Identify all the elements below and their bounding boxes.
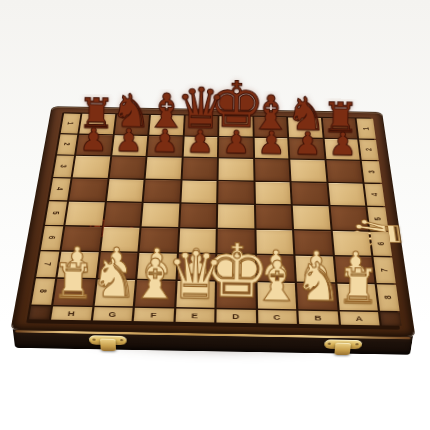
square-a4[interactable]	[328, 183, 365, 206]
square-f2[interactable]: ♟	[147, 136, 182, 157]
square-e3[interactable]	[182, 158, 217, 180]
square-b5[interactable]	[293, 206, 330, 230]
square-c8[interactable]: ♝	[257, 282, 296, 309]
square-e5[interactable]	[180, 204, 216, 228]
square-d3[interactable]	[219, 158, 254, 180]
square-g3[interactable]	[109, 157, 145, 179]
light-bishop[interactable]: ♝	[129, 253, 180, 307]
board-frame: 1♜♞♝♛♚♝♞♜12♟♟♟♟♟♟♟♟233445♛5♛667♟♟♟♟♟♟♟♟7…	[12, 107, 415, 336]
clasp-hasp	[334, 343, 351, 356]
rank-label-right-2: 2	[359, 139, 379, 160]
file-label-a: A	[339, 311, 379, 325]
dark-pawn[interactable]: ♟	[257, 127, 286, 157]
light-rook[interactable]: ♜	[51, 259, 95, 305]
rank-label-right-5: 5♛	[367, 207, 388, 231]
file-label-f: F	[134, 308, 174, 322]
brass-clasp-left	[89, 335, 127, 353]
square-e8[interactable]: ♛	[176, 281, 215, 308]
board-corner	[29, 306, 51, 320]
dark-pawn[interactable]: ♟	[150, 126, 179, 156]
square-h8[interactable]: ♜	[53, 278, 95, 305]
rank-label-left-2: 2	[57, 134, 77, 155]
square-a8[interactable]: ♜	[337, 283, 378, 310]
light-bishop[interactable]: ♝	[252, 255, 303, 309]
scene: 1♜♞♝♛♚♝♞♜12♟♟♟♟♟♟♟♟233445♛5♛667♟♟♟♟♟♟♟♟7…	[0, 0, 430, 430]
file-label-c: C	[258, 310, 297, 324]
square-c3[interactable]	[255, 159, 290, 181]
dark-pawn[interactable]: ♟	[222, 127, 251, 157]
square-d5[interactable]	[218, 204, 254, 228]
dark-pawn[interactable]: ♟	[79, 124, 108, 154]
square-a2[interactable]: ♟	[324, 139, 360, 160]
square-d2[interactable]: ♟	[219, 137, 253, 158]
dark-pawn[interactable]: ♟	[186, 126, 215, 156]
square-f4[interactable]	[144, 180, 180, 203]
square-d4[interactable]	[218, 181, 253, 204]
file-label-d: D	[216, 309, 255, 323]
square-h3[interactable]	[73, 156, 110, 178]
clasp-hasp	[100, 339, 116, 352]
brass-clasp-right	[323, 339, 362, 357]
square-c2[interactable]: ♟	[254, 137, 288, 158]
square-b4[interactable]	[292, 182, 328, 205]
square-f5[interactable]	[142, 203, 179, 227]
square-g2[interactable]: ♟	[112, 135, 148, 156]
dark-pawn[interactable]: ♟	[293, 128, 322, 158]
square-c4[interactable]	[255, 181, 291, 204]
square-f8[interactable]: ♝	[135, 280, 175, 307]
rank-label-right-1: 1	[357, 119, 376, 139]
chess-board: 1♜♞♝♛♚♝♞♜12♟♟♟♟♟♟♟♟233445♛5♛667♟♟♟♟♟♟♟♟7…	[12, 107, 415, 336]
rank-label-right-3: 3	[362, 161, 382, 183]
screw-icon	[327, 343, 331, 345]
light-rook[interactable]: ♜	[337, 264, 381, 310]
photo-tilt-wrapper: 1♜♞♝♛♚♝♞♜12♟♟♟♟♟♟♟♟233445♛5♛667♟♟♟♟♟♟♟♟7…	[0, 0, 430, 430]
file-label-e: E	[175, 309, 214, 323]
square-b3[interactable]	[290, 160, 326, 182]
rank-label-right-8: 8	[377, 284, 400, 311]
board-grid: 1♜♞♝♛♚♝♞♜12♟♟♟♟♟♟♟♟233445♛5♛667♟♟♟♟♟♟♟♟7…	[26, 112, 400, 329]
square-g4[interactable]	[106, 179, 143, 202]
square-h2[interactable]: ♟	[76, 134, 112, 155]
rank-label-left-6: 6	[41, 226, 63, 250]
square-b8[interactable]: ♞	[297, 283, 337, 310]
rank-label-left-5: 5♛	[45, 201, 67, 224]
square-b2[interactable]: ♟	[289, 138, 324, 159]
square-e4[interactable]	[181, 180, 217, 203]
rank-label-left-3: 3	[53, 156, 74, 177]
board-corner	[380, 312, 401, 326]
square-h5[interactable]	[65, 202, 104, 226]
rank-label-left-4: 4	[49, 178, 70, 200]
file-label-h: H	[51, 306, 92, 320]
square-c5[interactable]	[255, 205, 292, 229]
dark-pawn[interactable]: ♟	[329, 129, 358, 159]
file-label-g: G	[92, 307, 132, 321]
dark-pawn[interactable]: ♟	[115, 125, 144, 155]
screw-icon	[355, 343, 359, 345]
square-a3[interactable]	[326, 160, 362, 182]
rank-label-right-4: 4	[364, 183, 385, 206]
rank-label-right-6: 6	[370, 231, 392, 256]
square-h4[interactable]	[69, 178, 107, 201]
square-e2[interactable]: ♟	[183, 136, 217, 157]
file-label-b: B	[298, 311, 338, 325]
square-f3[interactable]	[146, 157, 182, 179]
